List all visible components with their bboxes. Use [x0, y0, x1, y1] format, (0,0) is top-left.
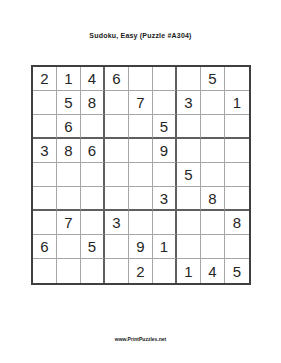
cell-r7c4: 3 [105, 211, 129, 235]
cell-r9c6[interactable] [153, 259, 177, 283]
cell-r5c1[interactable] [33, 163, 57, 187]
cell-r3c9[interactable] [225, 115, 249, 139]
cell-r4c3: 6 [81, 139, 105, 163]
cell-r4c1: 3 [33, 139, 57, 163]
cell-r6c9[interactable] [225, 187, 249, 211]
cell-r6c3[interactable] [81, 187, 105, 211]
cell-r3c1[interactable] [33, 115, 57, 139]
cell-r6c8: 8 [201, 187, 225, 211]
cell-r1c7[interactable] [177, 67, 201, 91]
cell-r6c5[interactable] [129, 187, 153, 211]
cell-r9c4[interactable] [105, 259, 129, 283]
cell-r2c7: 3 [177, 91, 201, 115]
cell-r5c2[interactable] [57, 163, 81, 187]
cell-r1c2: 1 [57, 67, 81, 91]
cell-r4c9[interactable] [225, 139, 249, 163]
cell-r9c1[interactable] [33, 259, 57, 283]
cell-r8c3: 5 [81, 235, 105, 259]
cell-r4c4[interactable] [105, 139, 129, 163]
cell-r3c8[interactable] [201, 115, 225, 139]
cell-r4c7[interactable] [177, 139, 201, 163]
cell-r5c6[interactable] [153, 163, 177, 187]
cell-r1c8: 5 [201, 67, 225, 91]
cell-r4c5[interactable] [129, 139, 153, 163]
cell-r5c3[interactable] [81, 163, 105, 187]
cell-r3c2: 6 [57, 115, 81, 139]
cell-r8c5: 9 [129, 235, 153, 259]
cell-r4c6: 9 [153, 139, 177, 163]
cell-r7c9: 8 [225, 211, 249, 235]
cell-r2c8[interactable] [201, 91, 225, 115]
puzzle-title: Sudoku, Easy (Puzzle #A304) [0, 32, 281, 39]
cell-r1c3: 4 [81, 67, 105, 91]
cell-r7c5[interactable] [129, 211, 153, 235]
cell-r1c5[interactable] [129, 67, 153, 91]
cell-r6c4[interactable] [105, 187, 129, 211]
cell-r9c8: 4 [201, 259, 225, 283]
cell-r5c9[interactable] [225, 163, 249, 187]
cell-r2c1[interactable] [33, 91, 57, 115]
cell-r7c8[interactable] [201, 211, 225, 235]
cell-r3c6: 5 [153, 115, 177, 139]
cell-r9c5: 2 [129, 259, 153, 283]
cell-r2c3: 8 [81, 91, 105, 115]
cell-r7c6[interactable] [153, 211, 177, 235]
cell-r5c4[interactable] [105, 163, 129, 187]
cell-r7c2: 7 [57, 211, 81, 235]
cell-r8c2[interactable] [57, 235, 81, 259]
cell-r2c2: 5 [57, 91, 81, 115]
sudoku-board: 214655873165386953873865912145 [31, 65, 251, 285]
cell-r3c4[interactable] [105, 115, 129, 139]
cell-r3c3[interactable] [81, 115, 105, 139]
cell-r5c8[interactable] [201, 163, 225, 187]
cell-r8c6: 1 [153, 235, 177, 259]
cell-r5c5[interactable] [129, 163, 153, 187]
cell-r6c2[interactable] [57, 187, 81, 211]
cell-r4c8[interactable] [201, 139, 225, 163]
cell-r2c9: 1 [225, 91, 249, 115]
puzzle-page: Sudoku, Easy (Puzzle #A304) 214655873165… [0, 0, 281, 363]
cell-r8c9[interactable] [225, 235, 249, 259]
cell-r8c7[interactable] [177, 235, 201, 259]
cell-r9c3[interactable] [81, 259, 105, 283]
cell-r9c7: 1 [177, 259, 201, 283]
cell-r7c3[interactable] [81, 211, 105, 235]
cell-r2c5: 7 [129, 91, 153, 115]
cell-r6c6: 3 [153, 187, 177, 211]
cell-r7c1[interactable] [33, 211, 57, 235]
cell-r7c7[interactable] [177, 211, 201, 235]
cell-r8c1: 6 [33, 235, 57, 259]
cell-r2c6[interactable] [153, 91, 177, 115]
cell-r4c2: 8 [57, 139, 81, 163]
cell-r6c1[interactable] [33, 187, 57, 211]
cell-r5c7: 5 [177, 163, 201, 187]
cell-r1c6[interactable] [153, 67, 177, 91]
cell-r1c9[interactable] [225, 67, 249, 91]
cell-r3c7[interactable] [177, 115, 201, 139]
cell-r9c9: 5 [225, 259, 249, 283]
cell-r8c4[interactable] [105, 235, 129, 259]
cell-r3c5[interactable] [129, 115, 153, 139]
cell-r1c4: 6 [105, 67, 129, 91]
cell-r8c8[interactable] [201, 235, 225, 259]
cell-r6c7[interactable] [177, 187, 201, 211]
footer-url: www.PrintPuzzles.net [0, 336, 281, 342]
cell-r1c1: 2 [33, 67, 57, 91]
cell-r9c2[interactable] [57, 259, 81, 283]
cell-r2c4[interactable] [105, 91, 129, 115]
